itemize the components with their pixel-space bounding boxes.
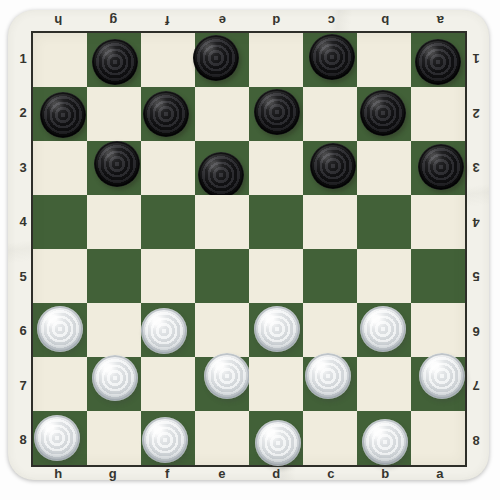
square-f6[interactable]	[141, 303, 195, 357]
square-d4[interactable]	[249, 195, 303, 249]
rank-labels-right: 12345678	[467, 31, 485, 467]
square-c5[interactable]	[303, 249, 357, 303]
square-h1[interactable]	[33, 33, 87, 87]
square-b6[interactable]	[357, 303, 411, 357]
square-c2[interactable]	[303, 87, 357, 141]
file-label-bottom-g: g	[86, 467, 141, 480]
square-a7[interactable]	[411, 357, 465, 411]
square-e8[interactable]	[195, 411, 249, 465]
square-a3[interactable]	[411, 141, 465, 195]
rank-label-right-6: 6	[467, 304, 485, 359]
rank-label-left-7: 7	[14, 358, 32, 413]
black-checker-a3[interactable]	[418, 144, 464, 190]
square-f5[interactable]	[141, 249, 195, 303]
black-checker-h2[interactable]	[40, 92, 86, 138]
square-d7[interactable]	[249, 357, 303, 411]
file-label-top-c: c	[304, 10, 359, 31]
square-b8[interactable]	[357, 411, 411, 465]
square-b3[interactable]	[357, 141, 411, 195]
file-label-bottom-e: e	[195, 467, 250, 480]
file-label-bottom-h: h	[31, 467, 86, 480]
square-h3[interactable]	[33, 141, 87, 195]
square-b1[interactable]	[357, 33, 411, 87]
white-checker-d8[interactable]	[255, 420, 301, 466]
rank-label-left-1: 1	[14, 31, 32, 86]
square-e3[interactable]	[195, 141, 249, 195]
rank-label-right-5: 5	[467, 249, 485, 304]
white-checker-f8[interactable]	[142, 417, 188, 463]
file-labels-top: hgfedcba	[31, 10, 467, 31]
square-e5[interactable]	[195, 249, 249, 303]
square-a6[interactable]	[411, 303, 465, 357]
white-checker-b6[interactable]	[360, 306, 406, 352]
rank-label-right-2: 2	[467, 86, 485, 141]
square-b5[interactable]	[357, 249, 411, 303]
rank-labels-left: 12345678	[14, 31, 32, 467]
square-e7[interactable]	[195, 357, 249, 411]
rank-label-right-8: 8	[467, 413, 485, 468]
square-h8[interactable]	[33, 411, 87, 465]
black-checker-f2[interactable]	[143, 91, 189, 137]
black-checker-c3[interactable]	[310, 143, 356, 189]
black-checker-a1[interactable]	[415, 39, 461, 85]
file-label-bottom-a: a	[413, 467, 468, 480]
file-label-bottom-b: b	[358, 467, 413, 480]
square-f4[interactable]	[141, 195, 195, 249]
square-d6[interactable]	[249, 303, 303, 357]
square-g3[interactable]	[87, 141, 141, 195]
rank-label-left-2: 2	[14, 86, 32, 141]
white-checker-f6[interactable]	[141, 308, 187, 354]
square-d1[interactable]	[249, 33, 303, 87]
checkers-board	[31, 31, 467, 467]
square-g1[interactable]	[87, 33, 141, 87]
square-d8[interactable]	[249, 411, 303, 465]
square-c3[interactable]	[303, 141, 357, 195]
black-checker-e1[interactable]	[193, 35, 239, 81]
square-g6[interactable]	[87, 303, 141, 357]
square-c8[interactable]	[303, 411, 357, 465]
square-h5[interactable]	[33, 249, 87, 303]
photo-background: hgfedcba 12345678 12345678 hgfedcba	[0, 0, 500, 500]
file-label-top-g: g	[86, 10, 141, 31]
square-c1[interactable]	[303, 33, 357, 87]
square-f2[interactable]	[141, 87, 195, 141]
white-checker-b8[interactable]	[362, 419, 408, 465]
square-f1[interactable]	[141, 33, 195, 87]
rank-label-left-3: 3	[14, 140, 32, 195]
square-c7[interactable]	[303, 357, 357, 411]
black-checker-b2[interactable]	[360, 90, 406, 136]
square-b7[interactable]	[357, 357, 411, 411]
square-g7[interactable]	[87, 357, 141, 411]
white-checker-h8[interactable]	[34, 415, 80, 461]
file-label-bottom-c: c	[304, 467, 359, 480]
square-g4[interactable]	[87, 195, 141, 249]
white-checker-e7[interactable]	[204, 353, 250, 399]
white-checker-g7[interactable]	[92, 355, 138, 401]
black-checker-d2[interactable]	[254, 89, 300, 135]
square-c4[interactable]	[303, 195, 357, 249]
file-label-top-b: b	[358, 10, 413, 31]
square-h4[interactable]	[33, 195, 87, 249]
square-d3[interactable]	[249, 141, 303, 195]
black-checker-g3[interactable]	[94, 141, 140, 187]
square-h7[interactable]	[33, 357, 87, 411]
square-a8[interactable]	[411, 411, 465, 465]
square-h6[interactable]	[33, 303, 87, 357]
square-f8[interactable]	[141, 411, 195, 465]
square-f7[interactable]	[141, 357, 195, 411]
file-label-bottom-f: f	[140, 467, 195, 480]
square-g2[interactable]	[87, 87, 141, 141]
rank-label-right-1: 1	[467, 31, 485, 86]
file-label-top-d: d	[249, 10, 304, 31]
rank-label-right-7: 7	[467, 358, 485, 413]
file-labels-bottom: hgfedcba	[31, 467, 467, 480]
file-label-top-a: a	[413, 10, 468, 31]
white-checker-d6[interactable]	[254, 306, 300, 352]
rank-label-left-4: 4	[14, 195, 32, 250]
rank-label-left-6: 6	[14, 304, 32, 359]
square-b2[interactable]	[357, 87, 411, 141]
rank-label-right-3: 3	[467, 140, 485, 195]
square-h2[interactable]	[33, 87, 87, 141]
square-g5[interactable]	[87, 249, 141, 303]
square-e6[interactable]	[195, 303, 249, 357]
black-checker-g1[interactable]	[92, 39, 138, 85]
square-a2[interactable]	[411, 87, 465, 141]
square-g8[interactable]	[87, 411, 141, 465]
file-label-top-f: f	[140, 10, 195, 31]
rank-label-left-8: 8	[14, 413, 32, 468]
square-e2[interactable]	[195, 87, 249, 141]
white-checker-c7[interactable]	[305, 353, 351, 399]
square-f3[interactable]	[141, 141, 195, 195]
file-label-top-h: h	[31, 10, 86, 31]
rank-label-right-4: 4	[467, 195, 485, 250]
square-e4[interactable]	[195, 195, 249, 249]
square-c6[interactable]	[303, 303, 357, 357]
file-label-top-e: e	[195, 10, 250, 31]
square-e1[interactable]	[195, 33, 249, 87]
white-checker-a7[interactable]	[419, 353, 465, 399]
checkers-mat: hgfedcba 12345678 12345678 hgfedcba	[8, 10, 489, 480]
square-d5[interactable]	[249, 249, 303, 303]
square-a4[interactable]	[411, 195, 465, 249]
rank-label-left-5: 5	[14, 249, 32, 304]
square-d2[interactable]	[249, 87, 303, 141]
white-checker-h6[interactable]	[37, 306, 83, 352]
black-checker-c1[interactable]	[309, 34, 355, 80]
square-b4[interactable]	[357, 195, 411, 249]
square-a5[interactable]	[411, 249, 465, 303]
black-checker-e3[interactable]	[198, 152, 244, 198]
square-a1[interactable]	[411, 33, 465, 87]
file-label-bottom-d: d	[249, 467, 304, 480]
